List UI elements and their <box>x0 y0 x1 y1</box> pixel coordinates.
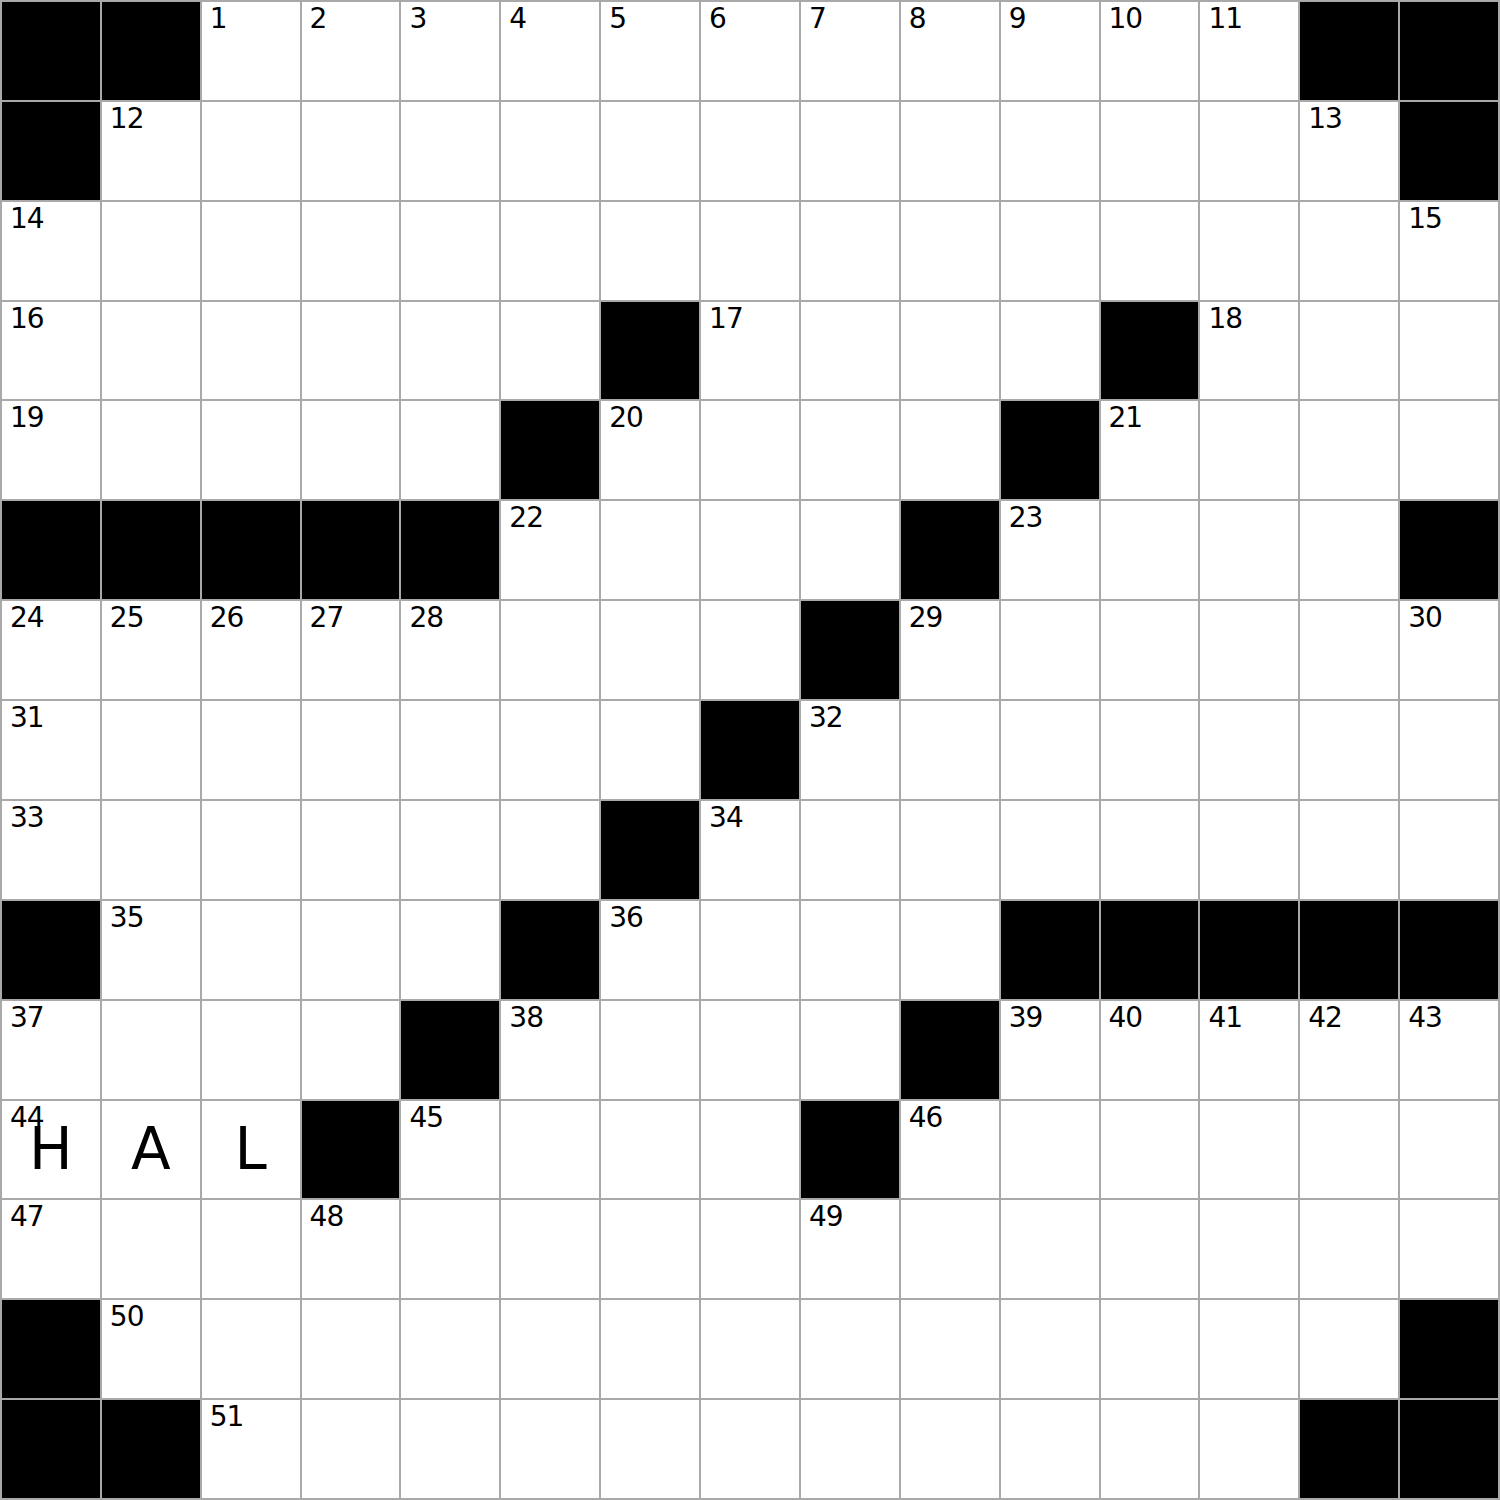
white-cell[interactable] <box>1101 1200 1199 1298</box>
clue-number: 49 <box>809 1203 843 1231</box>
clue-number: 1 <box>210 5 227 33</box>
black-cell <box>1101 302 1199 400</box>
white-cell[interactable] <box>1200 501 1298 599</box>
black-cell <box>801 601 899 699</box>
white-cell[interactable] <box>1200 1400 1298 1498</box>
white-cell[interactable]: 1 <box>202 2 300 100</box>
white-cell[interactable] <box>901 202 999 300</box>
white-cell[interactable] <box>901 302 999 400</box>
white-cell[interactable] <box>501 302 599 400</box>
white-cell[interactable] <box>202 102 300 200</box>
black-cell <box>601 801 699 899</box>
white-cell[interactable] <box>701 501 799 599</box>
black-cell <box>1400 1400 1498 1498</box>
white-cell[interactable] <box>701 901 799 999</box>
white-cell[interactable] <box>601 1300 699 1398</box>
white-cell[interactable] <box>1101 801 1199 899</box>
white-cell[interactable]: 30 <box>1400 601 1498 699</box>
clue-number: 32 <box>809 704 843 732</box>
white-cell[interactable] <box>601 601 699 699</box>
white-cell[interactable] <box>801 501 899 599</box>
white-cell[interactable]: 40 <box>1101 1001 1199 1099</box>
white-cell[interactable]: 45 <box>401 1101 499 1199</box>
white-cell[interactable] <box>1200 1300 1298 1398</box>
white-cell[interactable] <box>401 1200 499 1298</box>
clue-number: 12 <box>110 105 144 133</box>
white-cell[interactable] <box>501 1200 599 1298</box>
white-cell[interactable] <box>1001 302 1099 400</box>
black-cell <box>401 1001 499 1099</box>
white-cell[interactable]: 11 <box>1200 2 1298 100</box>
white-cell[interactable] <box>102 202 200 300</box>
white-cell[interactable] <box>1200 202 1298 300</box>
white-cell[interactable] <box>1101 102 1199 200</box>
white-cell[interactable] <box>1200 1101 1298 1199</box>
black-cell <box>801 1101 899 1199</box>
white-cell[interactable]: 36 <box>601 901 699 999</box>
white-cell[interactable] <box>202 701 300 799</box>
white-cell[interactable] <box>102 801 200 899</box>
white-cell[interactable] <box>102 1200 200 1298</box>
white-cell[interactable]: 19 <box>2 401 100 499</box>
black-cell <box>102 501 200 599</box>
white-cell[interactable] <box>1101 1400 1199 1498</box>
clue-number: 37 <box>10 1004 44 1032</box>
white-cell[interactable] <box>601 1101 699 1199</box>
clue-number: 18 <box>1208 305 1242 333</box>
black-cell <box>501 901 599 999</box>
clue-number: 35 <box>110 904 144 932</box>
black-cell <box>901 501 999 599</box>
white-cell[interactable] <box>1300 601 1398 699</box>
white-cell[interactable] <box>501 202 599 300</box>
clue-number: 15 <box>1408 205 1442 233</box>
clue-number: 45 <box>409 1104 443 1132</box>
white-cell[interactable]: 46 <box>901 1101 999 1199</box>
white-cell[interactable]: 13 <box>1300 102 1398 200</box>
clue-number: 14 <box>10 205 44 233</box>
white-cell[interactable] <box>302 1400 400 1498</box>
white-cell[interactable] <box>601 1001 699 1099</box>
crossword-grid: 1234567891011121314151617181920212223242… <box>0 0 1500 1500</box>
white-cell[interactable] <box>801 1400 899 1498</box>
white-cell[interactable]: 26 <box>202 601 300 699</box>
white-cell[interactable]: 29 <box>901 601 999 699</box>
white-cell[interactable]: 31 <box>2 701 100 799</box>
white-cell[interactable] <box>1400 801 1498 899</box>
white-cell[interactable]: 33 <box>2 801 100 899</box>
white-cell[interactable] <box>601 1200 699 1298</box>
clue-number: 25 <box>110 604 144 632</box>
white-cell[interactable] <box>801 401 899 499</box>
white-cell[interactable] <box>501 701 599 799</box>
white-cell[interactable]: 22 <box>501 501 599 599</box>
white-cell[interactable] <box>701 1101 799 1199</box>
white-cell[interactable] <box>1200 801 1298 899</box>
black-cell <box>2 1300 100 1398</box>
black-cell <box>2 901 100 999</box>
white-cell[interactable] <box>401 302 499 400</box>
clue-number: 23 <box>1009 504 1043 532</box>
white-cell[interactable] <box>501 1101 599 1199</box>
white-cell[interactable] <box>1001 601 1099 699</box>
white-cell[interactable] <box>701 1200 799 1298</box>
black-cell <box>401 501 499 599</box>
white-cell[interactable] <box>1101 1101 1199 1199</box>
white-cell[interactable] <box>601 202 699 300</box>
white-cell[interactable] <box>1400 1200 1498 1298</box>
white-cell[interactable] <box>701 1400 799 1498</box>
clue-number: 22 <box>509 504 543 532</box>
clue-number: 30 <box>1408 604 1442 632</box>
white-cell[interactable] <box>1101 701 1199 799</box>
white-cell[interactable] <box>901 901 999 999</box>
white-cell[interactable] <box>202 1300 300 1398</box>
white-cell[interactable] <box>202 302 300 400</box>
clue-number: 3 <box>409 5 426 33</box>
white-cell[interactable] <box>801 302 899 400</box>
white-cell[interactable]: 2 <box>302 2 400 100</box>
clue-number: 31 <box>10 704 44 732</box>
white-cell[interactable] <box>601 1400 699 1498</box>
white-cell[interactable]: 27 <box>302 601 400 699</box>
white-cell[interactable] <box>302 1001 400 1099</box>
white-cell[interactable] <box>701 1001 799 1099</box>
clue-number: 10 <box>1109 5 1143 33</box>
white-cell[interactable] <box>401 102 499 200</box>
white-cell[interactable] <box>801 1300 899 1398</box>
white-cell[interactable] <box>701 1300 799 1398</box>
black-cell <box>202 501 300 599</box>
black-cell <box>302 1101 400 1199</box>
white-cell[interactable]: 25 <box>102 601 200 699</box>
white-cell[interactable]: 35 <box>102 901 200 999</box>
white-cell[interactable] <box>901 1300 999 1398</box>
black-cell <box>302 501 400 599</box>
black-cell <box>1400 901 1498 999</box>
white-cell[interactable]: 4 <box>501 2 599 100</box>
white-cell[interactable] <box>302 302 400 400</box>
white-cell[interactable]: 5 <box>601 2 699 100</box>
white-cell[interactable]: 43 <box>1400 1001 1498 1099</box>
clue-number: 43 <box>1408 1004 1442 1032</box>
white-cell[interactable] <box>501 1400 599 1498</box>
white-cell[interactable] <box>801 202 899 300</box>
white-cell[interactable] <box>401 202 499 300</box>
black-cell <box>102 2 200 100</box>
clue-number: 8 <box>909 5 926 33</box>
white-cell[interactable] <box>202 1001 300 1099</box>
white-cell[interactable] <box>102 302 200 400</box>
white-cell[interactable] <box>501 102 599 200</box>
white-cell[interactable] <box>1300 801 1398 899</box>
white-cell[interactable]: 16 <box>2 302 100 400</box>
white-cell[interactable]: 18 <box>1200 302 1298 400</box>
white-cell[interactable]: 32 <box>801 701 899 799</box>
black-cell <box>2 501 100 599</box>
white-cell[interactable] <box>901 401 999 499</box>
white-cell[interactable]: 9 <box>1001 2 1099 100</box>
clue-number: 2 <box>310 5 327 33</box>
black-cell <box>1001 901 1099 999</box>
white-cell[interactable] <box>701 601 799 699</box>
white-cell[interactable] <box>701 202 799 300</box>
white-cell[interactable]: 34 <box>701 801 799 899</box>
white-cell[interactable] <box>202 1200 300 1298</box>
white-cell[interactable] <box>901 701 999 799</box>
white-cell[interactable] <box>501 601 599 699</box>
white-cell[interactable]: 6 <box>701 2 799 100</box>
clue-number: 19 <box>10 404 44 432</box>
white-cell[interactable]: L <box>202 1101 300 1199</box>
white-cell[interactable] <box>1200 1200 1298 1298</box>
white-cell[interactable] <box>1300 401 1398 499</box>
white-cell[interactable]: 7 <box>801 2 899 100</box>
white-cell[interactable] <box>1300 1101 1398 1199</box>
white-cell[interactable] <box>401 401 499 499</box>
clue-number: 42 <box>1308 1004 1342 1032</box>
clue-number: 36 <box>609 904 643 932</box>
clue-number: 20 <box>609 404 643 432</box>
clue-number: 28 <box>409 604 443 632</box>
white-cell[interactable] <box>202 401 300 499</box>
white-cell[interactable] <box>1300 1200 1398 1298</box>
black-cell <box>1300 901 1398 999</box>
white-cell[interactable] <box>302 102 400 200</box>
black-cell <box>1400 1300 1498 1398</box>
white-cell[interactable] <box>202 901 300 999</box>
clue-number: 50 <box>110 1303 144 1331</box>
clue-number: 9 <box>1009 5 1026 33</box>
white-cell[interactable]: 51 <box>202 1400 300 1498</box>
white-cell[interactable] <box>1001 1300 1099 1398</box>
clue-number: 27 <box>310 604 344 632</box>
white-cell[interactable] <box>901 1200 999 1298</box>
white-cell[interactable]: 39 <box>1001 1001 1099 1099</box>
white-cell[interactable]: 10 <box>1101 2 1199 100</box>
clue-number: 17 <box>709 305 743 333</box>
white-cell[interactable] <box>1300 701 1398 799</box>
white-cell[interactable] <box>302 401 400 499</box>
white-cell[interactable] <box>401 801 499 899</box>
white-cell[interactable] <box>701 102 799 200</box>
white-cell[interactable] <box>302 801 400 899</box>
white-cell[interactable] <box>1001 1101 1099 1199</box>
clue-number: 39 <box>1009 1004 1043 1032</box>
white-cell[interactable] <box>801 102 899 200</box>
white-cell[interactable] <box>501 1300 599 1398</box>
white-cell[interactable] <box>1200 601 1298 699</box>
white-cell[interactable]: 21 <box>1101 401 1199 499</box>
white-cell[interactable]: 20 <box>601 401 699 499</box>
clue-number: 41 <box>1208 1004 1242 1032</box>
clue-number: 13 <box>1308 105 1342 133</box>
white-cell[interactable]: 3 <box>401 2 499 100</box>
white-cell[interactable] <box>1101 202 1199 300</box>
white-cell[interactable]: 38 <box>501 1001 599 1099</box>
clue-number: 29 <box>909 604 943 632</box>
white-cell[interactable] <box>701 401 799 499</box>
white-cell[interactable]: 24 <box>2 601 100 699</box>
white-cell[interactable]: 41 <box>1200 1001 1298 1099</box>
white-cell[interactable] <box>1300 501 1398 599</box>
black-cell <box>1400 2 1498 100</box>
black-cell <box>701 701 799 799</box>
white-cell[interactable] <box>302 1300 400 1398</box>
white-cell[interactable] <box>901 1400 999 1498</box>
white-cell[interactable] <box>1101 601 1199 699</box>
white-cell[interactable] <box>1400 1101 1498 1199</box>
clue-number: 26 <box>210 604 244 632</box>
white-cell[interactable]: 12 <box>102 102 200 200</box>
white-cell[interactable] <box>1200 701 1298 799</box>
white-cell[interactable] <box>302 202 400 300</box>
clue-number: 21 <box>1109 404 1143 432</box>
black-cell <box>901 1001 999 1099</box>
white-cell[interactable] <box>801 901 899 999</box>
white-cell[interactable] <box>1001 202 1099 300</box>
white-cell[interactable] <box>202 801 300 899</box>
white-cell[interactable]: 50 <box>102 1300 200 1398</box>
clue-number: 24 <box>10 604 44 632</box>
clue-number: 40 <box>1109 1004 1143 1032</box>
black-cell <box>1001 401 1099 499</box>
white-cell[interactable] <box>401 1300 499 1398</box>
white-cell[interactable]: 17 <box>701 302 799 400</box>
black-cell <box>102 1400 200 1498</box>
white-cell[interactable]: 37 <box>2 1001 100 1099</box>
white-cell[interactable] <box>1200 102 1298 200</box>
white-cell[interactable] <box>1001 102 1099 200</box>
white-cell[interactable] <box>601 501 699 599</box>
clue-number: 4 <box>509 5 526 33</box>
white-cell[interactable] <box>1300 302 1398 400</box>
white-cell[interactable]: 49 <box>801 1200 899 1298</box>
white-cell[interactable] <box>1200 401 1298 499</box>
black-cell <box>601 302 699 400</box>
white-cell[interactable] <box>1001 801 1099 899</box>
clue-number: 48 <box>310 1203 344 1231</box>
clue-number: 47 <box>10 1203 44 1231</box>
white-cell[interactable] <box>901 801 999 899</box>
white-cell[interactable] <box>1300 1300 1398 1398</box>
white-cell[interactable]: A <box>102 1101 200 1199</box>
white-cell[interactable]: 47 <box>2 1200 100 1298</box>
white-cell[interactable] <box>1001 701 1099 799</box>
white-cell[interactable] <box>102 401 200 499</box>
white-cell[interactable] <box>1001 1400 1099 1498</box>
clue-number: 5 <box>609 5 626 33</box>
white-cell[interactable]: 15 <box>1400 202 1498 300</box>
white-cell[interactable] <box>501 801 599 899</box>
clue-number: 38 <box>509 1004 543 1032</box>
white-cell[interactable] <box>102 1001 200 1099</box>
white-cell[interactable] <box>1400 302 1498 400</box>
cell-letter: A <box>102 1101 200 1199</box>
white-cell[interactable] <box>1400 701 1498 799</box>
black-cell <box>1400 501 1498 599</box>
clue-number: 51 <box>210 1403 244 1431</box>
white-cell[interactable]: 8 <box>901 2 999 100</box>
white-cell[interactable] <box>901 102 999 200</box>
white-cell[interactable] <box>202 202 300 300</box>
clue-number: 11 <box>1208 5 1242 33</box>
white-cell[interactable] <box>302 901 400 999</box>
clue-number: 46 <box>909 1104 943 1132</box>
black-cell <box>1200 901 1298 999</box>
cell-letter: H <box>2 1101 100 1199</box>
white-cell[interactable] <box>401 701 499 799</box>
black-cell <box>1300 2 1398 100</box>
white-cell[interactable] <box>601 701 699 799</box>
black-cell <box>2 102 100 200</box>
clue-number: 33 <box>10 804 44 832</box>
clue-number: 6 <box>709 5 726 33</box>
white-cell[interactable]: 14 <box>2 202 100 300</box>
white-cell[interactable] <box>302 701 400 799</box>
white-cell[interactable] <box>401 1400 499 1498</box>
white-cell[interactable] <box>1101 1300 1199 1398</box>
white-cell[interactable]: 28 <box>401 601 499 699</box>
white-cell[interactable] <box>801 1001 899 1099</box>
white-cell[interactable] <box>102 701 200 799</box>
white-cell[interactable]: 42 <box>1300 1001 1398 1099</box>
white-cell[interactable]: 48 <box>302 1200 400 1298</box>
white-cell[interactable]: 44H <box>2 1101 100 1199</box>
black-cell <box>1400 102 1498 200</box>
white-cell[interactable] <box>1001 1200 1099 1298</box>
clue-number: 7 <box>809 5 826 33</box>
white-cell[interactable] <box>1400 401 1498 499</box>
clue-number: 34 <box>709 804 743 832</box>
black-cell <box>1101 901 1199 999</box>
black-cell <box>501 401 599 499</box>
black-cell <box>2 1400 100 1498</box>
cell-letter: L <box>202 1101 300 1199</box>
white-cell[interactable] <box>801 801 899 899</box>
white-cell[interactable] <box>401 901 499 999</box>
clue-number: 16 <box>10 305 44 333</box>
black-cell <box>2 2 100 100</box>
white-cell[interactable] <box>601 102 699 200</box>
white-cell[interactable]: 23 <box>1001 501 1099 599</box>
black-cell <box>1300 1400 1398 1498</box>
white-cell[interactable] <box>1101 501 1199 599</box>
white-cell[interactable] <box>1300 202 1398 300</box>
